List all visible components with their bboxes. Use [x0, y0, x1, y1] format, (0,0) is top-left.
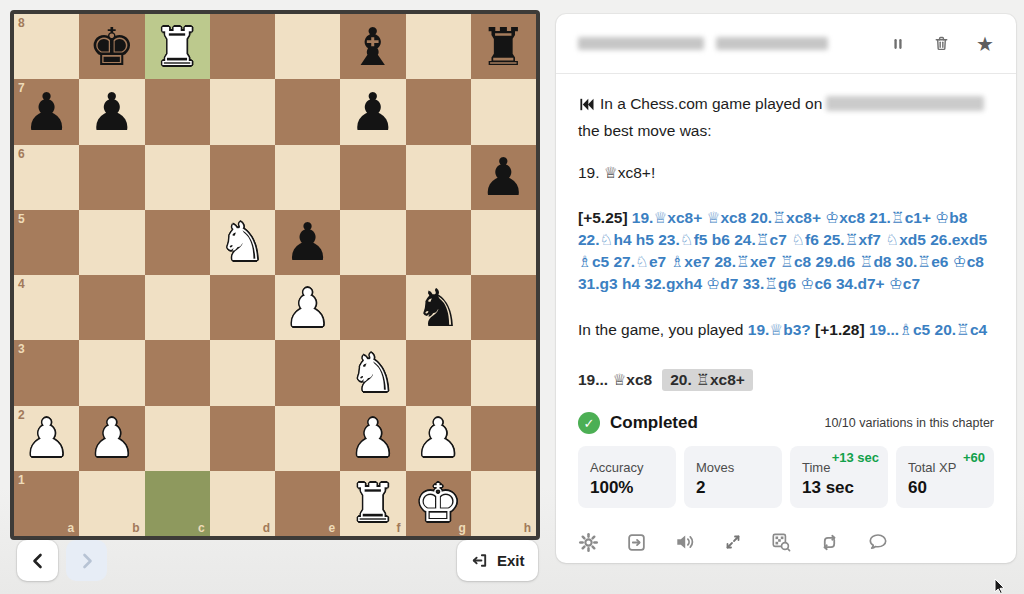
- move-item-previous[interactable]: 19... ♕xc8: [578, 371, 652, 389]
- square-g1[interactable]: ♚g: [406, 471, 471, 536]
- square-g6[interactable]: [406, 145, 471, 210]
- intro-text: In a Chess.com game played on: [600, 95, 822, 112]
- game-eval-score: [+1.28]: [811, 321, 869, 338]
- game-played-line: In the game, you played 19.♕b3? [+1.28] …: [578, 318, 994, 341]
- blurred-date: [826, 96, 984, 111]
- square-b5[interactable]: [79, 210, 144, 275]
- square-a4[interactable]: 4: [14, 275, 79, 340]
- square-c8[interactable]: ♜: [145, 14, 210, 79]
- piece-white-pawn[interactable]: ♟: [406, 406, 471, 471]
- square-f6[interactable]: [340, 145, 405, 210]
- completed-check-icon: ✓: [578, 412, 600, 434]
- repeat-icon[interactable]: [819, 532, 840, 553]
- piece-black-pawn[interactable]: ♟: [79, 79, 144, 144]
- square-c6[interactable]: [145, 145, 210, 210]
- square-g3[interactable]: [406, 340, 471, 405]
- square-b1[interactable]: b: [79, 471, 144, 536]
- square-c4[interactable]: [145, 275, 210, 340]
- stat-card-xp: +60 Total XP 60: [896, 446, 994, 508]
- rank-coordinate-label: 8: [18, 16, 25, 30]
- exit-button[interactable]: Exit: [457, 540, 538, 581]
- square-h2[interactable]: [471, 406, 536, 471]
- file-coordinate-label: g: [458, 521, 465, 535]
- stat-value: 13 sec: [802, 478, 876, 498]
- square-a1[interactable]: 1a: [14, 471, 79, 536]
- stat-badge: +60: [963, 450, 985, 465]
- square-c2[interactable]: [145, 406, 210, 471]
- blurred-text-block: [716, 37, 828, 50]
- square-f5[interactable]: [340, 210, 405, 275]
- square-d1[interactable]: d: [210, 471, 275, 536]
- piece-black-pawn[interactable]: ♟: [471, 145, 536, 210]
- stat-card-accuracy: Accuracy 100%: [578, 446, 676, 508]
- square-c3[interactable]: [145, 340, 210, 405]
- square-b8[interactable]: ♚: [79, 14, 144, 79]
- square-h1[interactable]: h: [471, 471, 536, 536]
- square-a8[interactable]: 8: [14, 14, 79, 79]
- square-f8[interactable]: ♝: [340, 14, 405, 79]
- square-f7[interactable]: ♟: [340, 79, 405, 144]
- square-d2[interactable]: [210, 406, 275, 471]
- square-b4[interactable]: [79, 275, 144, 340]
- trash-icon[interactable]: [932, 34, 951, 53]
- mouse-cursor: [994, 578, 1006, 594]
- file-coordinate-label: b: [132, 521, 139, 535]
- stat-card-moves: Moves 2: [684, 446, 782, 508]
- square-d8[interactable]: [210, 14, 275, 79]
- file-coordinate-label: h: [524, 521, 531, 535]
- status-row: ✓ Completed 10/10 variations in this cha…: [578, 412, 994, 434]
- exit-label: Exit: [497, 552, 525, 569]
- square-b7[interactable]: ♟: [79, 79, 144, 144]
- analysis-board-icon[interactable]: [770, 531, 792, 553]
- pause-icon[interactable]: [889, 35, 907, 53]
- rank-coordinate-label: 4: [18, 277, 25, 291]
- blurred-text-block: [578, 37, 704, 50]
- square-a3[interactable]: 3: [14, 340, 79, 405]
- rank-coordinate-label: 5: [18, 212, 25, 226]
- square-e8[interactable]: [275, 14, 340, 79]
- square-e3[interactable]: [275, 340, 340, 405]
- square-e7[interactable]: [275, 79, 340, 144]
- rank-coordinate-label: 7: [18, 81, 25, 95]
- intro-paragraph: In a Chess.com game played on the best m…: [578, 91, 994, 143]
- square-g4[interactable]: ♞: [406, 275, 471, 340]
- panel-header: ★: [556, 14, 1016, 74]
- sound-icon[interactable]: [674, 531, 696, 553]
- stat-value: 2: [696, 478, 770, 498]
- stat-label: Accuracy: [590, 460, 664, 475]
- move-input-icon[interactable]: [626, 532, 647, 553]
- piece-white-pawn[interactable]: ♟: [275, 275, 340, 340]
- file-coordinate-label: d: [263, 521, 270, 535]
- stat-card-time: +13 sec Time 13 sec: [790, 446, 888, 508]
- square-c5[interactable]: [145, 210, 210, 275]
- square-e1[interactable]: e: [275, 471, 340, 536]
- square-h7[interactable]: [471, 79, 536, 144]
- chevron-left-icon: [28, 551, 48, 571]
- chevron-right-icon: [77, 551, 97, 571]
- square-g2[interactable]: ♟: [406, 406, 471, 471]
- piece-black-bishop[interactable]: ♝: [340, 14, 405, 79]
- next-move-button[interactable]: [66, 540, 107, 581]
- square-c7[interactable]: [145, 79, 210, 144]
- piece-black-pawn[interactable]: ♟: [275, 210, 340, 275]
- game-continuation-moves[interactable]: 19...♗c5 20.♖c4: [869, 321, 987, 338]
- stat-label: Moves: [696, 460, 770, 475]
- square-d5[interactable]: ♞: [210, 210, 275, 275]
- square-h5[interactable]: [471, 210, 536, 275]
- chess-board[interactable]: 8♚♜♝♜♟7♟♟6♟5♞♟4♟♞3♞♟2♟♟♟1abcde♜f♚gh: [10, 10, 540, 540]
- piece-black-knight[interactable]: ♞: [406, 275, 471, 340]
- piece-white-knight[interactable]: ♞: [210, 210, 275, 275]
- square-h8[interactable]: ♜: [471, 14, 536, 79]
- piece-black-pawn[interactable]: ♟: [340, 79, 405, 144]
- square-e4[interactable]: ♟: [275, 275, 340, 340]
- move-list: 19... ♕xc8 20. ♖xc8+: [578, 369, 994, 391]
- file-coordinate-label: f: [397, 521, 401, 535]
- stats-row: Accuracy 100% Moves 2 +13 sec Time 13 se…: [578, 446, 994, 508]
- file-coordinate-label: a: [68, 521, 75, 535]
- game-line-prefix: In the game, you played: [578, 321, 748, 338]
- exit-icon: [470, 551, 489, 570]
- rank-coordinate-label: 2: [18, 408, 25, 422]
- square-f2[interactable]: ♟: [340, 406, 405, 471]
- square-d4[interactable]: [210, 275, 275, 340]
- square-f4[interactable]: [340, 275, 405, 340]
- square-g7[interactable]: [406, 79, 471, 144]
- favorite-star-icon[interactable]: ★: [976, 34, 994, 54]
- square-b3[interactable]: [79, 340, 144, 405]
- best-move-text: 19. ♕xc8+!: [578, 164, 994, 182]
- square-h4[interactable]: [471, 275, 536, 340]
- piece-white-pawn[interactable]: ♟: [79, 406, 144, 471]
- toolbar: [578, 531, 994, 553]
- settings-gear-icon[interactable]: [578, 532, 599, 553]
- square-e2[interactable]: [275, 406, 340, 471]
- skip-to-start-icon: [578, 93, 595, 118]
- intro-line2: the best move was:: [578, 122, 712, 139]
- variation-moves[interactable]: 19.♕xc8+ ♕xc8 20.♖xc8+ ♔xc8 21.♖c1+ ♔b8 …: [578, 209, 987, 292]
- rank-coordinate-label: 6: [18, 147, 25, 161]
- move-item-current[interactable]: 20. ♖xc8+: [662, 369, 753, 391]
- stat-badge: +13 sec: [832, 450, 879, 465]
- square-g8[interactable]: [406, 14, 471, 79]
- square-h6[interactable]: ♟: [471, 145, 536, 210]
- square-h3[interactable]: [471, 340, 536, 405]
- stat-value: 100%: [590, 478, 664, 498]
- played-move[interactable]: 19.♕b3?: [748, 321, 811, 338]
- piece-black-king[interactable]: ♚: [79, 14, 144, 79]
- square-e6[interactable]: [275, 145, 340, 210]
- rank-coordinate-label: 1: [18, 473, 25, 487]
- eval-score: [+5.25]: [578, 209, 628, 226]
- square-b6[interactable]: [79, 145, 144, 210]
- square-d7[interactable]: [210, 79, 275, 144]
- square-f1[interactable]: ♜f: [340, 471, 405, 536]
- previous-move-button[interactable]: [17, 540, 58, 581]
- lesson-title-blurred: [578, 37, 889, 50]
- stat-value: 60: [908, 478, 982, 498]
- square-a7[interactable]: ♟7: [14, 79, 79, 144]
- file-coordinate-label: e: [329, 521, 336, 535]
- square-a6[interactable]: 6: [14, 145, 79, 210]
- fullscreen-icon[interactable]: [723, 532, 743, 552]
- square-g5[interactable]: [406, 210, 471, 275]
- square-e5[interactable]: ♟: [275, 210, 340, 275]
- piece-black-rook[interactable]: ♜: [471, 14, 536, 79]
- piece-white-knight[interactable]: ♞: [340, 340, 405, 405]
- square-a5[interactable]: 5: [14, 210, 79, 275]
- square-c1[interactable]: c: [145, 471, 210, 536]
- variations-count: 10/10 variations in this chapter: [824, 416, 994, 430]
- square-f3[interactable]: ♞: [340, 340, 405, 405]
- file-coordinate-label: c: [198, 521, 205, 535]
- square-d3[interactable]: [210, 340, 275, 405]
- completed-label: Completed: [610, 413, 698, 433]
- rank-coordinate-label: 3: [18, 342, 25, 356]
- piece-white-rook[interactable]: ♜: [145, 14, 210, 79]
- piece-white-pawn[interactable]: ♟: [340, 406, 405, 471]
- square-a2[interactable]: ♟2: [14, 406, 79, 471]
- comment-icon[interactable]: [867, 531, 889, 553]
- square-d6[interactable]: [210, 145, 275, 210]
- engine-variation: [+5.25] 19.♕xc8+ ♕xc8 20.♖xc8+ ♔xc8 21.♖…: [578, 207, 994, 295]
- lesson-panel: ★ In a Chess.com game played on the best…: [556, 14, 1016, 563]
- square-b2[interactable]: ♟: [79, 406, 144, 471]
